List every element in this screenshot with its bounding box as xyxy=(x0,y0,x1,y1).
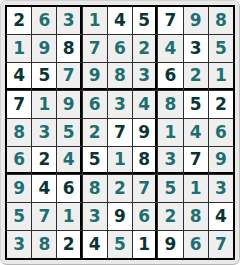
cell-r8c4[interactable]: 3 xyxy=(83,203,107,230)
cell-r5c6[interactable]: 9 xyxy=(133,119,157,146)
cell-r5c2[interactable]: 3 xyxy=(32,119,56,146)
cell-r5c4[interactable]: 2 xyxy=(83,119,107,146)
cell-r7c8[interactable]: 1 xyxy=(184,175,208,202)
cell-r9c5[interactable]: 5 xyxy=(108,231,132,258)
cell-r5c5[interactable]: 7 xyxy=(108,119,132,146)
cell-r5c9[interactable]: 6 xyxy=(209,119,233,146)
cell-r8c9[interactable]: 4 xyxy=(209,203,233,230)
cell-r9c3[interactable]: 2 xyxy=(57,231,81,258)
cell-r9c6[interactable]: 1 xyxy=(133,231,157,258)
cell-r8c3[interactable]: 1 xyxy=(57,203,81,230)
cell-r8c7[interactable]: 2 xyxy=(158,203,182,230)
cell-r6c2[interactable]: 2 xyxy=(32,147,56,174)
cell-r5c8[interactable]: 4 xyxy=(184,119,208,146)
cell-r1c7[interactable]: 7 xyxy=(158,7,182,34)
cell-r5c1[interactable]: 8 xyxy=(7,119,31,146)
cell-r6c7[interactable]: 3 xyxy=(158,147,182,174)
cell-r6c5[interactable]: 1 xyxy=(108,147,132,174)
cell-r7c2[interactable]: 4 xyxy=(32,175,56,202)
cell-r2c2[interactable]: 9 xyxy=(32,35,56,62)
cell-r1c5[interactable]: 4 xyxy=(108,7,132,34)
cell-r9c7[interactable]: 9 xyxy=(158,231,182,258)
cell-r1c2[interactable]: 6 xyxy=(32,7,56,34)
cell-r7c7[interactable]: 5 xyxy=(158,175,182,202)
cell-r3c5[interactable]: 8 xyxy=(108,63,132,90)
cell-r4c2[interactable]: 1 xyxy=(32,91,56,118)
cell-r8c1[interactable]: 5 xyxy=(7,203,31,230)
cell-r2c9[interactable]: 5 xyxy=(209,35,233,62)
cell-r4c6[interactable]: 4 xyxy=(133,91,157,118)
cell-r9c1[interactable]: 3 xyxy=(7,231,31,258)
cell-r2c6[interactable]: 2 xyxy=(133,35,157,62)
cell-r3c3[interactable]: 7 xyxy=(57,63,81,90)
cell-r8c2[interactable]: 7 xyxy=(32,203,56,230)
cell-r9c9[interactable]: 7 xyxy=(209,231,233,258)
cell-r2c1[interactable]: 1 xyxy=(7,35,31,62)
cell-r7c6[interactable]: 7 xyxy=(133,175,157,202)
cell-r2c7[interactable]: 4 xyxy=(158,35,182,62)
cell-r3c4[interactable]: 9 xyxy=(83,63,107,90)
cell-r4c5[interactable]: 3 xyxy=(108,91,132,118)
cell-r3c9[interactable]: 1 xyxy=(209,63,233,90)
cell-r1c1[interactable]: 2 xyxy=(7,7,31,34)
cell-r5c3[interactable]: 5 xyxy=(57,119,81,146)
cell-r6c9[interactable]: 9 xyxy=(209,147,233,174)
cell-r3c1[interactable]: 4 xyxy=(7,63,31,90)
cell-r1c9[interactable]: 8 xyxy=(209,7,233,34)
cell-r1c8[interactable]: 9 xyxy=(184,7,208,34)
cell-r4c7[interactable]: 8 xyxy=(158,91,182,118)
cell-r7c4[interactable]: 8 xyxy=(83,175,107,202)
cell-r9c2[interactable]: 8 xyxy=(32,231,56,258)
cell-r8c8[interactable]: 8 xyxy=(184,203,208,230)
sudoku-board: 2631457981987624354579836217196348528352… xyxy=(5,5,235,260)
cell-r7c5[interactable]: 2 xyxy=(108,175,132,202)
cell-r2c4[interactable]: 7 xyxy=(83,35,107,62)
cell-r7c3[interactable]: 6 xyxy=(57,175,81,202)
cell-r4c1[interactable]: 7 xyxy=(7,91,31,118)
cell-r4c3[interactable]: 9 xyxy=(57,91,81,118)
cell-r7c9[interactable]: 3 xyxy=(209,175,233,202)
cell-r4c9[interactable]: 2 xyxy=(209,91,233,118)
cell-r9c4[interactable]: 4 xyxy=(83,231,107,258)
cell-r1c6[interactable]: 5 xyxy=(133,7,157,34)
cell-r8c5[interactable]: 9 xyxy=(108,203,132,230)
sudoku-widget-frame: 2631457981987624354579836217196348528352… xyxy=(0,0,240,265)
cell-r7c1[interactable]: 9 xyxy=(7,175,31,202)
cell-r1c4[interactable]: 1 xyxy=(83,7,107,34)
cell-r4c4[interactable]: 6 xyxy=(83,91,107,118)
cell-r8c6[interactable]: 6 xyxy=(133,203,157,230)
cell-r3c7[interactable]: 6 xyxy=(158,63,182,90)
cell-r3c8[interactable]: 2 xyxy=(184,63,208,90)
cell-r2c8[interactable]: 3 xyxy=(184,35,208,62)
cell-r2c5[interactable]: 6 xyxy=(108,35,132,62)
cell-r2c3[interactable]: 8 xyxy=(57,35,81,62)
cell-r6c4[interactable]: 5 xyxy=(83,147,107,174)
cell-r4c8[interactable]: 5 xyxy=(184,91,208,118)
cell-r6c1[interactable]: 6 xyxy=(7,147,31,174)
cell-r6c6[interactable]: 8 xyxy=(133,147,157,174)
cell-r3c2[interactable]: 5 xyxy=(32,63,56,90)
cell-r9c8[interactable]: 6 xyxy=(184,231,208,258)
cell-r6c8[interactable]: 7 xyxy=(184,147,208,174)
cell-r6c3[interactable]: 4 xyxy=(57,147,81,174)
cell-r5c7[interactable]: 1 xyxy=(158,119,182,146)
cell-r1c3[interactable]: 3 xyxy=(57,7,81,34)
cell-r3c6[interactable]: 3 xyxy=(133,63,157,90)
